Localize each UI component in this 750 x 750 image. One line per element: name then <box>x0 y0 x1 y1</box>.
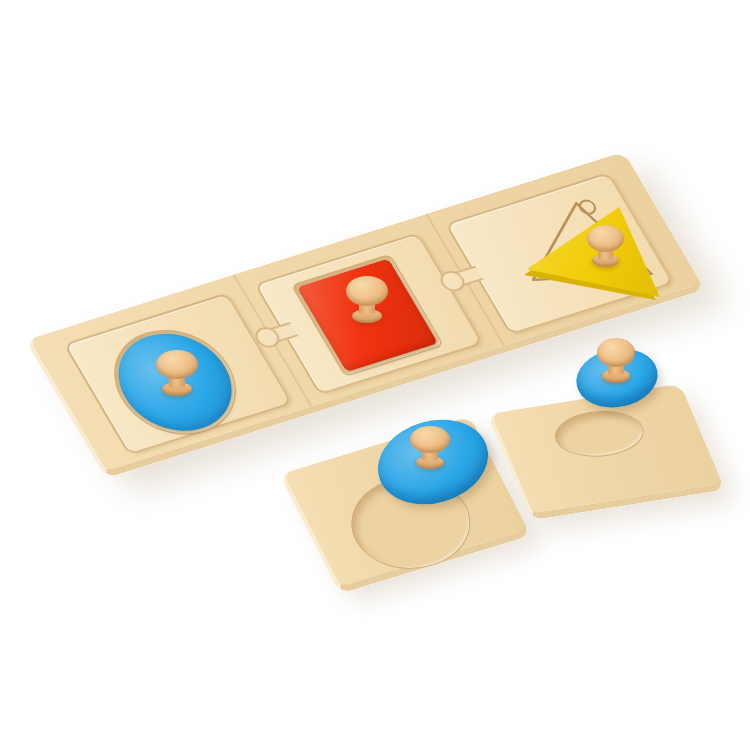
wooden-knob-circle-piece[interactable] <box>156 350 198 397</box>
wooden-knob-triangle-piece[interactable] <box>587 225 624 268</box>
wooden-knob-disc-left[interactable] <box>410 426 450 470</box>
knob-cap <box>346 276 388 306</box>
knob-cap <box>410 426 450 453</box>
wooden-knob-square-piece[interactable] <box>346 276 388 324</box>
knob-cap <box>587 225 624 252</box>
wooden-knob-disc-right[interactable] <box>597 338 635 384</box>
puzzle-scene <box>0 0 750 750</box>
circle-socket-recess <box>547 405 652 462</box>
knob-cap <box>156 350 198 379</box>
knob-cap <box>597 338 635 367</box>
